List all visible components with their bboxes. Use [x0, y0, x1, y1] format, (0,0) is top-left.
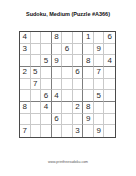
cell-r4c7 — [83, 67, 94, 79]
cell-r8c5 — [62, 114, 73, 126]
cell-r9c9 — [104, 125, 115, 137]
cell-r3c5 — [62, 55, 73, 67]
cell-r2c1: 3 — [20, 44, 31, 56]
cell-r4c1: 2 — [20, 67, 31, 79]
cell-r8c8 — [94, 114, 105, 126]
cell-r4c4 — [52, 67, 63, 79]
cell-r4c5 — [62, 67, 73, 79]
cell-r6c2 — [31, 90, 42, 102]
cell-r8c6 — [73, 114, 84, 126]
cell-r2c5: 6 — [62, 44, 73, 56]
cell-r3c9: 4 — [104, 55, 115, 67]
cell-r1c9: 6 — [104, 32, 115, 44]
cell-r5c2: 7 — [31, 79, 42, 91]
cell-r7c6: 2 — [73, 102, 84, 114]
cell-r7c4 — [52, 102, 63, 114]
cell-r2c9 — [104, 44, 115, 56]
cell-r7c2 — [31, 102, 42, 114]
cell-r3c6 — [73, 55, 84, 67]
cell-r4c6: 6 — [73, 67, 84, 79]
cell-r8c2 — [31, 114, 42, 126]
cell-r7c9 — [104, 102, 115, 114]
cell-r8c7: 9 — [83, 114, 94, 126]
cell-r6c9 — [104, 90, 115, 102]
cell-r2c2 — [31, 44, 42, 56]
cell-r5c1 — [20, 79, 31, 91]
footer-url: www.printfreesudoku.com — [0, 160, 136, 164]
cell-r7c3: 4 — [41, 102, 52, 114]
cell-r3c3: 5 — [41, 55, 52, 67]
cell-r6c6 — [73, 90, 84, 102]
cell-r1c5 — [62, 32, 73, 44]
cell-r1c2 — [31, 32, 42, 44]
cell-r1c3 — [41, 32, 52, 44]
cell-r8c4: 6 — [52, 114, 63, 126]
cell-r7c5 — [62, 102, 73, 114]
cell-r2c4 — [52, 44, 63, 56]
cell-r3c4: 9 — [52, 55, 63, 67]
cell-r9c7 — [83, 125, 94, 137]
cell-r1c7: 1 — [83, 32, 94, 44]
cell-r6c7 — [83, 90, 94, 102]
cell-r5c4 — [52, 79, 63, 91]
cell-r5c9 — [104, 79, 115, 91]
cell-r4c9 — [104, 67, 115, 79]
cell-r6c5 — [62, 90, 73, 102]
cell-r7c8 — [94, 102, 105, 114]
cell-r5c3 — [41, 79, 52, 91]
cell-r4c3 — [41, 67, 52, 79]
cell-r1c1: 4 — [20, 32, 31, 44]
cell-r1c8 — [94, 32, 105, 44]
sudoku-grid: 4816369598425677645842869739 — [19, 31, 116, 138]
cell-r6c3: 6 — [41, 90, 52, 102]
cell-r5c6 — [73, 79, 84, 91]
cell-r3c1 — [20, 55, 31, 67]
cell-r1c4: 8 — [52, 32, 63, 44]
cell-r9c3 — [41, 125, 52, 137]
cell-r7c7: 8 — [83, 102, 94, 114]
cell-r8c1 — [20, 114, 31, 126]
cell-r9c1: 7 — [20, 125, 31, 137]
cell-r9c6: 3 — [73, 125, 84, 137]
cell-r3c7: 8 — [83, 55, 94, 67]
cell-r9c5 — [62, 125, 73, 137]
cell-r8c9 — [104, 114, 115, 126]
cell-r9c8: 9 — [94, 125, 105, 137]
cell-r4c8: 7 — [94, 67, 105, 79]
cell-r4c2: 5 — [31, 67, 42, 79]
cell-r2c8: 9 — [94, 44, 105, 56]
cell-r3c2 — [31, 55, 42, 67]
cell-r5c5 — [62, 79, 73, 91]
cell-r6c8: 5 — [94, 90, 105, 102]
cell-r6c4: 4 — [52, 90, 63, 102]
cell-r2c6 — [73, 44, 84, 56]
cell-r2c3 — [41, 44, 52, 56]
page-title: Sudoku, Medium (Puzzle #A366) — [0, 11, 136, 18]
cell-r9c2 — [31, 125, 42, 137]
cell-r7c1: 8 — [20, 102, 31, 114]
cell-r8c3 — [41, 114, 52, 126]
cell-r2c7 — [83, 44, 94, 56]
cell-r5c7 — [83, 79, 94, 91]
cell-r1c6 — [73, 32, 84, 44]
cell-r5c8 — [94, 79, 105, 91]
cell-r9c4 — [52, 125, 63, 137]
cell-r3c8 — [94, 55, 105, 67]
cell-r6c1 — [20, 90, 31, 102]
